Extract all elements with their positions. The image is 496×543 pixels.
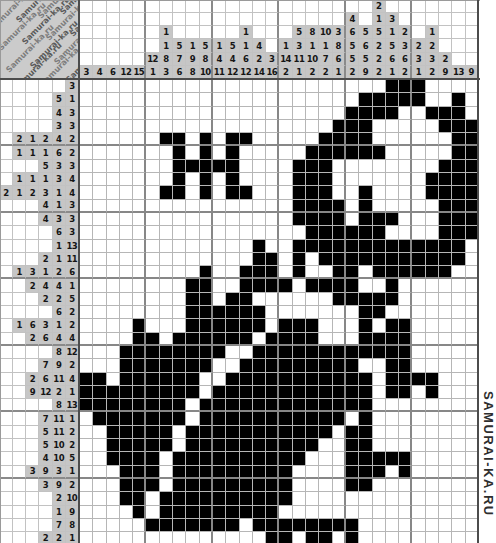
grid-cell-empty[interactable] — [253, 146, 266, 159]
grid-cell-filled[interactable] — [359, 146, 372, 159]
grid-cell-empty[interactable] — [107, 213, 120, 226]
grid-cell-filled[interactable] — [279, 399, 292, 412]
grid-cell-empty[interactable] — [359, 532, 372, 543]
grid-cell-filled[interactable] — [226, 160, 239, 173]
grid-cell-filled[interactable] — [279, 492, 292, 505]
grid-cell-empty[interactable] — [426, 226, 439, 239]
grid-cell-empty[interactable] — [80, 532, 93, 543]
grid-cell-filled[interactable] — [452, 120, 465, 133]
grid-cell-empty[interactable] — [173, 319, 186, 332]
grid-cell-filled[interactable] — [306, 426, 319, 439]
grid-cell-empty[interactable] — [133, 160, 146, 173]
grid-cell-filled[interactable] — [200, 319, 213, 332]
grid-cell-empty[interactable] — [120, 253, 133, 266]
grid-cell-filled[interactable] — [319, 213, 332, 226]
grid-cell-empty[interactable] — [426, 213, 439, 226]
grid-cell-filled[interactable] — [253, 479, 266, 492]
grid-cell-filled[interactable] — [333, 373, 346, 386]
grid-cell-filled[interactable] — [266, 386, 279, 399]
grid-cell-filled[interactable] — [133, 346, 146, 359]
grid-cell-empty[interactable] — [93, 240, 106, 253]
grid-cell-filled[interactable] — [306, 213, 319, 226]
grid-cell-filled[interactable] — [439, 226, 452, 239]
grid-cell-filled[interactable] — [173, 452, 186, 465]
grid-cell-filled[interactable] — [146, 359, 159, 372]
grid-cell-filled[interactable] — [240, 333, 253, 346]
grid-cell-filled[interactable] — [319, 226, 332, 239]
grid-cell-empty[interactable] — [386, 186, 399, 199]
grid-cell-filled[interactable] — [359, 346, 372, 359]
grid-cell-filled[interactable] — [399, 266, 412, 279]
grid-cell-empty[interactable] — [426, 293, 439, 306]
grid-cell-filled[interactable] — [412, 266, 425, 279]
grid-cell-empty[interactable] — [386, 426, 399, 439]
grid-cell-empty[interactable] — [293, 80, 306, 93]
grid-cell-filled[interactable] — [359, 213, 372, 226]
grid-cell-empty[interactable] — [452, 80, 465, 93]
grid-cell-empty[interactable] — [226, 200, 239, 213]
grid-cell-filled[interactable] — [133, 426, 146, 439]
grid-cell-empty[interactable] — [93, 200, 106, 213]
grid-cell-filled[interactable] — [107, 412, 120, 425]
grid-cell-empty[interactable] — [412, 519, 425, 532]
grid-cell-empty[interactable] — [466, 373, 479, 386]
grid-cell-filled[interactable] — [253, 346, 266, 359]
grid-cell-filled[interactable] — [333, 346, 346, 359]
grid-cell-filled[interactable] — [359, 439, 372, 452]
grid-cell-filled[interactable] — [186, 506, 199, 519]
grid-cell-empty[interactable] — [253, 186, 266, 199]
grid-cell-filled[interactable] — [359, 133, 372, 146]
grid-cell-empty[interactable] — [160, 266, 173, 279]
grid-cell-filled[interactable] — [266, 399, 279, 412]
grid-cell-filled[interactable] — [466, 146, 479, 159]
grid-cell-empty[interactable] — [279, 306, 292, 319]
grid-cell-empty[interactable] — [439, 506, 452, 519]
grid-cell-filled[interactable] — [452, 146, 465, 159]
grid-cell-empty[interactable] — [386, 120, 399, 133]
grid-cell-filled[interactable] — [146, 386, 159, 399]
grid-cell-empty[interactable] — [359, 279, 372, 292]
grid-cell-filled[interactable] — [160, 346, 173, 359]
grid-cell-empty[interactable] — [319, 452, 332, 465]
grid-cell-empty[interactable] — [186, 146, 199, 159]
grid-cell-empty[interactable] — [173, 306, 186, 319]
grid-cell-empty[interactable] — [306, 107, 319, 120]
grid-cell-empty[interactable] — [346, 80, 359, 93]
grid-cell-empty[interactable] — [306, 306, 319, 319]
grid-cell-empty[interactable] — [173, 226, 186, 239]
grid-cell-empty[interactable] — [266, 173, 279, 186]
grid-cell-empty[interactable] — [359, 80, 372, 93]
grid-cell-empty[interactable] — [399, 532, 412, 543]
grid-cell-empty[interactable] — [240, 253, 253, 266]
grid-cell-filled[interactable] — [253, 319, 266, 332]
grid-cell-empty[interactable] — [200, 240, 213, 253]
grid-cell-filled[interactable] — [186, 319, 199, 332]
grid-cell-empty[interactable] — [333, 466, 346, 479]
grid-cell-empty[interactable] — [333, 439, 346, 452]
grid-cell-filled[interactable] — [213, 399, 226, 412]
grid-cell-empty[interactable] — [107, 173, 120, 186]
grid-cell-empty[interactable] — [200, 226, 213, 239]
grid-cell-filled[interactable] — [293, 173, 306, 186]
grid-cell-empty[interactable] — [412, 173, 425, 186]
grid-cell-filled[interactable] — [226, 399, 239, 412]
grid-cell-empty[interactable] — [399, 173, 412, 186]
grid-cell-empty[interactable] — [146, 160, 159, 173]
grid-cell-filled[interactable] — [306, 279, 319, 292]
grid-cell-empty[interactable] — [120, 240, 133, 253]
grid-cell-empty[interactable] — [293, 107, 306, 120]
grid-cell-empty[interactable] — [107, 107, 120, 120]
grid-cell-empty[interactable] — [93, 186, 106, 199]
grid-cell-empty[interactable] — [146, 173, 159, 186]
grid-cell-filled[interactable] — [253, 439, 266, 452]
grid-cell-empty[interactable] — [160, 306, 173, 319]
grid-cell-filled[interactable] — [173, 346, 186, 359]
grid-cell-filled[interactable] — [240, 412, 253, 425]
grid-cell-filled[interactable] — [146, 466, 159, 479]
grid-cell-filled[interactable] — [306, 412, 319, 425]
grid-cell-empty[interactable] — [160, 93, 173, 106]
grid-cell-empty[interactable] — [346, 506, 359, 519]
grid-cell-empty[interactable] — [93, 213, 106, 226]
grid-cell-filled[interactable] — [426, 386, 439, 399]
grid-cell-empty[interactable] — [160, 240, 173, 253]
grid-cell-empty[interactable] — [439, 359, 452, 372]
grid-cell-filled[interactable] — [319, 399, 332, 412]
grid-cell-filled[interactable] — [160, 506, 173, 519]
grid-cell-empty[interactable] — [386, 226, 399, 239]
grid-cell-filled[interactable] — [452, 160, 465, 173]
grid-cell-filled[interactable] — [439, 107, 452, 120]
grid-cell-empty[interactable] — [293, 466, 306, 479]
grid-cell-empty[interactable] — [240, 532, 253, 543]
grid-cell-filled[interactable] — [279, 333, 292, 346]
grid-cell-empty[interactable] — [186, 186, 199, 199]
grid-cell-empty[interactable] — [93, 479, 106, 492]
grid-cell-empty[interactable] — [107, 479, 120, 492]
grid-cell-empty[interactable] — [160, 319, 173, 332]
grid-cell-empty[interactable] — [466, 439, 479, 452]
grid-cell-empty[interactable] — [213, 240, 226, 253]
grid-cell-filled[interactable] — [213, 346, 226, 359]
grid-cell-empty[interactable] — [133, 253, 146, 266]
grid-cell-empty[interactable] — [452, 293, 465, 306]
grid-cell-empty[interactable] — [160, 160, 173, 173]
grid-cell-filled[interactable] — [240, 186, 253, 199]
grid-cell-empty[interactable] — [226, 346, 239, 359]
grid-cell-filled[interactable] — [240, 452, 253, 465]
grid-cell-filled[interactable] — [373, 452, 386, 465]
grid-cell-filled[interactable] — [466, 200, 479, 213]
grid-cell-filled[interactable] — [266, 532, 279, 543]
grid-cell-filled[interactable] — [412, 240, 425, 253]
grid-cell-empty[interactable] — [133, 519, 146, 532]
grid-cell-filled[interactable] — [173, 333, 186, 346]
grid-cell-empty[interactable] — [213, 120, 226, 133]
grid-cell-empty[interactable] — [399, 120, 412, 133]
grid-cell-filled[interactable] — [466, 160, 479, 173]
grid-cell-empty[interactable] — [333, 160, 346, 173]
grid-cell-empty[interactable] — [186, 240, 199, 253]
grid-cell-empty[interactable] — [346, 173, 359, 186]
grid-cell-empty[interactable] — [386, 133, 399, 146]
grid-cell-filled[interactable] — [200, 492, 213, 505]
grid-cell-empty[interactable] — [426, 359, 439, 372]
grid-cell-filled[interactable] — [240, 306, 253, 319]
grid-cell-filled[interactable] — [279, 373, 292, 386]
grid-cell-empty[interactable] — [80, 279, 93, 292]
grid-cell-filled[interactable] — [346, 386, 359, 399]
grid-cell-empty[interactable] — [412, 160, 425, 173]
grid-cell-empty[interactable] — [399, 186, 412, 199]
grid-cell-filled[interactable] — [279, 439, 292, 452]
grid-cell-filled[interactable] — [452, 133, 465, 146]
grid-cell-empty[interactable] — [213, 226, 226, 239]
grid-cell-filled[interactable] — [439, 186, 452, 199]
grid-cell-empty[interactable] — [439, 386, 452, 399]
grid-cell-filled[interactable] — [186, 346, 199, 359]
grid-cell-empty[interactable] — [186, 133, 199, 146]
grid-cell-filled[interactable] — [226, 373, 239, 386]
grid-cell-empty[interactable] — [80, 519, 93, 532]
grid-cell-empty[interactable] — [279, 173, 292, 186]
grid-cell-empty[interactable] — [120, 186, 133, 199]
grid-cell-filled[interactable] — [386, 266, 399, 279]
grid-cell-empty[interactable] — [80, 120, 93, 133]
grid-cell-empty[interactable] — [346, 213, 359, 226]
grid-cell-filled[interactable] — [386, 452, 399, 465]
grid-cell-empty[interactable] — [173, 200, 186, 213]
grid-cell-filled[interactable] — [346, 479, 359, 492]
grid-cell-filled[interactable] — [426, 240, 439, 253]
grid-cell-filled[interactable] — [386, 213, 399, 226]
grid-cell-filled[interactable] — [226, 439, 239, 452]
grid-cell-empty[interactable] — [80, 253, 93, 266]
grid-cell-empty[interactable] — [319, 120, 332, 133]
grid-cell-empty[interactable] — [173, 426, 186, 439]
grid-cell-empty[interactable] — [319, 492, 332, 505]
grid-cell-empty[interactable] — [80, 146, 93, 159]
grid-cell-filled[interactable] — [412, 373, 425, 386]
grid-cell-empty[interactable] — [399, 439, 412, 452]
grid-cell-empty[interactable] — [426, 93, 439, 106]
grid-cell-empty[interactable] — [80, 333, 93, 346]
grid-cell-filled[interactable] — [80, 386, 93, 399]
grid-cell-empty[interactable] — [160, 452, 173, 465]
grid-cell-filled[interactable] — [253, 359, 266, 372]
grid-cell-empty[interactable] — [359, 359, 372, 372]
grid-cell-empty[interactable] — [160, 279, 173, 292]
grid-cell-empty[interactable] — [226, 279, 239, 292]
grid-cell-empty[interactable] — [399, 226, 412, 239]
grid-cell-empty[interactable] — [93, 93, 106, 106]
grid-cell-empty[interactable] — [93, 466, 106, 479]
grid-cell-filled[interactable] — [399, 93, 412, 106]
grid-cell-empty[interactable] — [120, 293, 133, 306]
grid-cell-empty[interactable] — [452, 492, 465, 505]
grid-cell-filled[interactable] — [293, 519, 306, 532]
grid-cell-filled[interactable] — [333, 412, 346, 425]
grid-cell-filled[interactable] — [412, 253, 425, 266]
grid-cell-empty[interactable] — [120, 120, 133, 133]
grid-cell-empty[interactable] — [80, 80, 93, 93]
grid-cell-empty[interactable] — [120, 506, 133, 519]
grid-cell-empty[interactable] — [386, 306, 399, 319]
grid-cell-filled[interactable] — [173, 492, 186, 505]
grid-cell-empty[interactable] — [80, 346, 93, 359]
grid-cell-empty[interactable] — [107, 226, 120, 239]
grid-cell-empty[interactable] — [386, 466, 399, 479]
grid-cell-filled[interactable] — [319, 173, 332, 186]
grid-cell-filled[interactable] — [186, 359, 199, 372]
grid-cell-empty[interactable] — [452, 479, 465, 492]
grid-cell-empty[interactable] — [306, 80, 319, 93]
grid-cell-filled[interactable] — [359, 200, 372, 213]
grid-cell-empty[interactable] — [213, 373, 226, 386]
grid-cell-empty[interactable] — [466, 346, 479, 359]
grid-cell-empty[interactable] — [213, 200, 226, 213]
grid-cell-filled[interactable] — [146, 439, 159, 452]
grid-cell-empty[interactable] — [373, 120, 386, 133]
grid-cell-empty[interactable] — [186, 173, 199, 186]
grid-cell-filled[interactable] — [213, 426, 226, 439]
grid-cell-filled[interactable] — [200, 293, 213, 306]
grid-cell-empty[interactable] — [107, 466, 120, 479]
grid-cell-empty[interactable] — [293, 492, 306, 505]
grid-cell-filled[interactable] — [306, 532, 319, 543]
grid-cell-filled[interactable] — [333, 279, 346, 292]
grid-cell-empty[interactable] — [373, 519, 386, 532]
grid-cell-empty[interactable] — [133, 93, 146, 106]
grid-cell-filled[interactable] — [399, 253, 412, 266]
grid-cell-empty[interactable] — [293, 226, 306, 239]
grid-cell-empty[interactable] — [107, 279, 120, 292]
grid-cell-filled[interactable] — [213, 412, 226, 425]
grid-cell-empty[interactable] — [373, 80, 386, 93]
grid-cell-filled[interactable] — [279, 386, 292, 399]
grid-cell-empty[interactable] — [359, 519, 372, 532]
grid-cell-empty[interactable] — [373, 532, 386, 543]
grid-cell-empty[interactable] — [412, 226, 425, 239]
grid-cell-filled[interactable] — [253, 412, 266, 425]
grid-cell-empty[interactable] — [133, 186, 146, 199]
grid-cell-empty[interactable] — [426, 439, 439, 452]
grid-cell-filled[interactable] — [120, 466, 133, 479]
grid-cell-filled[interactable] — [266, 506, 279, 519]
grid-cell-empty[interactable] — [426, 120, 439, 133]
grid-cell-empty[interactable] — [93, 293, 106, 306]
grid-cell-empty[interactable] — [107, 266, 120, 279]
grid-cell-empty[interactable] — [80, 466, 93, 479]
grid-cell-filled[interactable] — [346, 452, 359, 465]
grid-cell-filled[interactable] — [346, 120, 359, 133]
grid-cell-filled[interactable] — [186, 426, 199, 439]
grid-cell-filled[interactable] — [93, 399, 106, 412]
grid-cell-filled[interactable] — [213, 439, 226, 452]
grid-cell-empty[interactable] — [186, 213, 199, 226]
grid-cell-filled[interactable] — [373, 146, 386, 159]
grid-cell-filled[interactable] — [133, 386, 146, 399]
grid-cell-filled[interactable] — [200, 519, 213, 532]
grid-cell-empty[interactable] — [439, 306, 452, 319]
grid-cell-filled[interactable] — [466, 226, 479, 239]
grid-cell-empty[interactable] — [120, 213, 133, 226]
grid-cell-empty[interactable] — [107, 333, 120, 346]
grid-cell-filled[interactable] — [359, 386, 372, 399]
grid-cell-filled[interactable] — [266, 333, 279, 346]
grid-cell-filled[interactable] — [200, 146, 213, 159]
grid-cell-empty[interactable] — [279, 186, 292, 199]
grid-cell-empty[interactable] — [173, 253, 186, 266]
grid-cell-empty[interactable] — [93, 506, 106, 519]
grid-cell-filled[interactable] — [253, 373, 266, 386]
grid-cell-filled[interactable] — [373, 240, 386, 253]
grid-cell-filled[interactable] — [319, 386, 332, 399]
grid-cell-filled[interactable] — [346, 266, 359, 279]
grid-cell-empty[interactable] — [426, 479, 439, 492]
grid-cell-empty[interactable] — [120, 532, 133, 543]
grid-cell-filled[interactable] — [452, 213, 465, 226]
grid-cell-empty[interactable] — [186, 266, 199, 279]
grid-cell-filled[interactable] — [240, 279, 253, 292]
grid-cell-filled[interactable] — [373, 306, 386, 319]
grid-cell-empty[interactable] — [293, 506, 306, 519]
grid-cell-empty[interactable] — [319, 293, 332, 306]
grid-cell-filled[interactable] — [266, 452, 279, 465]
grid-cell-filled[interactable] — [226, 133, 239, 146]
grid-cell-filled[interactable] — [359, 452, 372, 465]
grid-cell-empty[interactable] — [133, 293, 146, 306]
grid-cell-empty[interactable] — [120, 226, 133, 239]
grid-cell-empty[interactable] — [466, 93, 479, 106]
grid-cell-empty[interactable] — [80, 306, 93, 319]
grid-cell-filled[interactable] — [319, 146, 332, 159]
grid-cell-empty[interactable] — [253, 226, 266, 239]
grid-cell-empty[interactable] — [253, 120, 266, 133]
grid-cell-empty[interactable] — [266, 160, 279, 173]
grid-cell-filled[interactable] — [253, 452, 266, 465]
grid-cell-empty[interactable] — [226, 93, 239, 106]
grid-cell-empty[interactable] — [213, 146, 226, 159]
grid-cell-filled[interactable] — [359, 319, 372, 332]
grid-cell-filled[interactable] — [279, 359, 292, 372]
grid-cell-filled[interactable] — [226, 466, 239, 479]
grid-cell-empty[interactable] — [93, 306, 106, 319]
grid-cell-empty[interactable] — [146, 133, 159, 146]
grid-cell-empty[interactable] — [373, 186, 386, 199]
grid-cell-empty[interactable] — [186, 107, 199, 120]
grid-cell-empty[interactable] — [107, 519, 120, 532]
grid-cell-empty[interactable] — [146, 293, 159, 306]
grid-cell-empty[interactable] — [107, 146, 120, 159]
grid-cell-filled[interactable] — [319, 200, 332, 213]
grid-cell-filled[interactable] — [319, 373, 332, 386]
grid-cell-filled[interactable] — [373, 466, 386, 479]
grid-cell-empty[interactable] — [160, 107, 173, 120]
grid-cell-empty[interactable] — [93, 452, 106, 465]
grid-cell-filled[interactable] — [452, 173, 465, 186]
grid-cell-empty[interactable] — [412, 333, 425, 346]
grid-cell-filled[interactable] — [120, 386, 133, 399]
grid-cell-empty[interactable] — [319, 80, 332, 93]
grid-cell-empty[interactable] — [306, 452, 319, 465]
grid-cell-filled[interactable] — [120, 452, 133, 465]
grid-cell-filled[interactable] — [359, 186, 372, 199]
grid-cell-empty[interactable] — [146, 532, 159, 543]
